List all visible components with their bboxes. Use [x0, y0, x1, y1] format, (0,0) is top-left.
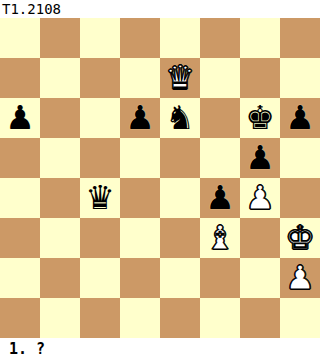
square-a8[interactable]: [0, 18, 40, 58]
square-c1[interactable]: [80, 298, 120, 338]
square-b4[interactable]: [40, 178, 80, 218]
square-b6[interactable]: [40, 98, 80, 138]
square-f5[interactable]: [200, 138, 240, 178]
square-f8[interactable]: [200, 18, 240, 58]
square-b7[interactable]: [40, 58, 80, 98]
square-d8[interactable]: [120, 18, 160, 58]
square-f7[interactable]: [200, 58, 240, 98]
square-e6[interactable]: ♞: [160, 98, 200, 138]
square-e5[interactable]: [160, 138, 200, 178]
square-c5[interactable]: [80, 138, 120, 178]
square-h4[interactable]: [280, 178, 320, 218]
square-a6[interactable]: ♟: [0, 98, 40, 138]
square-d4[interactable]: [120, 178, 160, 218]
square-e8[interactable]: [160, 18, 200, 58]
piece-black-pawn: ♟: [285, 98, 315, 138]
square-c3[interactable]: [80, 218, 120, 258]
square-b1[interactable]: [40, 298, 80, 338]
square-f6[interactable]: [200, 98, 240, 138]
piece-black-pawn: ♟: [5, 98, 35, 138]
square-a3[interactable]: [0, 218, 40, 258]
square-e4[interactable]: [160, 178, 200, 218]
square-b8[interactable]: [40, 18, 80, 58]
piece-black-king: ♚: [245, 98, 275, 138]
piece-white-pawn: ♟: [285, 258, 315, 298]
square-b3[interactable]: [40, 218, 80, 258]
move-prompt: 1. ?: [9, 340, 45, 358]
footer-bar: 1. ?: [0, 338, 320, 360]
square-d7[interactable]: [120, 58, 160, 98]
square-d3[interactable]: [120, 218, 160, 258]
square-f1[interactable]: [200, 298, 240, 338]
square-h1[interactable]: [280, 298, 320, 338]
square-c7[interactable]: [80, 58, 120, 98]
piece-black-knight: ♞: [165, 98, 195, 138]
square-c2[interactable]: [80, 258, 120, 298]
piece-black-pawn: ♟: [245, 138, 275, 178]
square-h8[interactable]: [280, 18, 320, 58]
square-g2[interactable]: [240, 258, 280, 298]
square-f4[interactable]: ♟: [200, 178, 240, 218]
piece-white-bishop: ♝: [205, 218, 235, 258]
square-h7[interactable]: [280, 58, 320, 98]
square-h3[interactable]: ♚: [280, 218, 320, 258]
piece-black-pawn: ♟: [205, 178, 235, 218]
square-a2[interactable]: [0, 258, 40, 298]
square-b2[interactable]: [40, 258, 80, 298]
chess-board: ♛♟♟♞♚♟♟♛♟♟♝♚♟: [0, 18, 320, 338]
square-h2[interactable]: ♟: [280, 258, 320, 298]
piece-white-queen: ♛: [165, 58, 195, 98]
square-c8[interactable]: [80, 18, 120, 58]
square-g6[interactable]: ♚: [240, 98, 280, 138]
square-h6[interactable]: ♟: [280, 98, 320, 138]
square-c4[interactable]: ♛: [80, 178, 120, 218]
title-bar: T1.2108: [0, 0, 320, 18]
square-f2[interactable]: [200, 258, 240, 298]
square-c6[interactable]: [80, 98, 120, 138]
square-d2[interactable]: [120, 258, 160, 298]
square-d1[interactable]: [120, 298, 160, 338]
square-g8[interactable]: [240, 18, 280, 58]
piece-black-pawn: ♟: [125, 98, 155, 138]
square-d5[interactable]: [120, 138, 160, 178]
square-a7[interactable]: [0, 58, 40, 98]
square-a5[interactable]: [0, 138, 40, 178]
square-b5[interactable]: [40, 138, 80, 178]
square-e3[interactable]: [160, 218, 200, 258]
square-g1[interactable]: [240, 298, 280, 338]
square-g4[interactable]: ♟: [240, 178, 280, 218]
piece-white-king: ♚: [285, 218, 315, 258]
square-g3[interactable]: [240, 218, 280, 258]
square-e7[interactable]: ♛: [160, 58, 200, 98]
piece-white-pawn: ♟: [245, 178, 275, 218]
square-g7[interactable]: [240, 58, 280, 98]
square-d6[interactable]: ♟: [120, 98, 160, 138]
square-e2[interactable]: [160, 258, 200, 298]
square-h5[interactable]: [280, 138, 320, 178]
square-g5[interactable]: ♟: [240, 138, 280, 178]
piece-black-queen: ♛: [85, 178, 115, 218]
square-a1[interactable]: [0, 298, 40, 338]
puzzle-id: T1.2108: [2, 0, 61, 18]
square-e1[interactable]: [160, 298, 200, 338]
square-a4[interactable]: [0, 178, 40, 218]
square-f3[interactable]: ♝: [200, 218, 240, 258]
